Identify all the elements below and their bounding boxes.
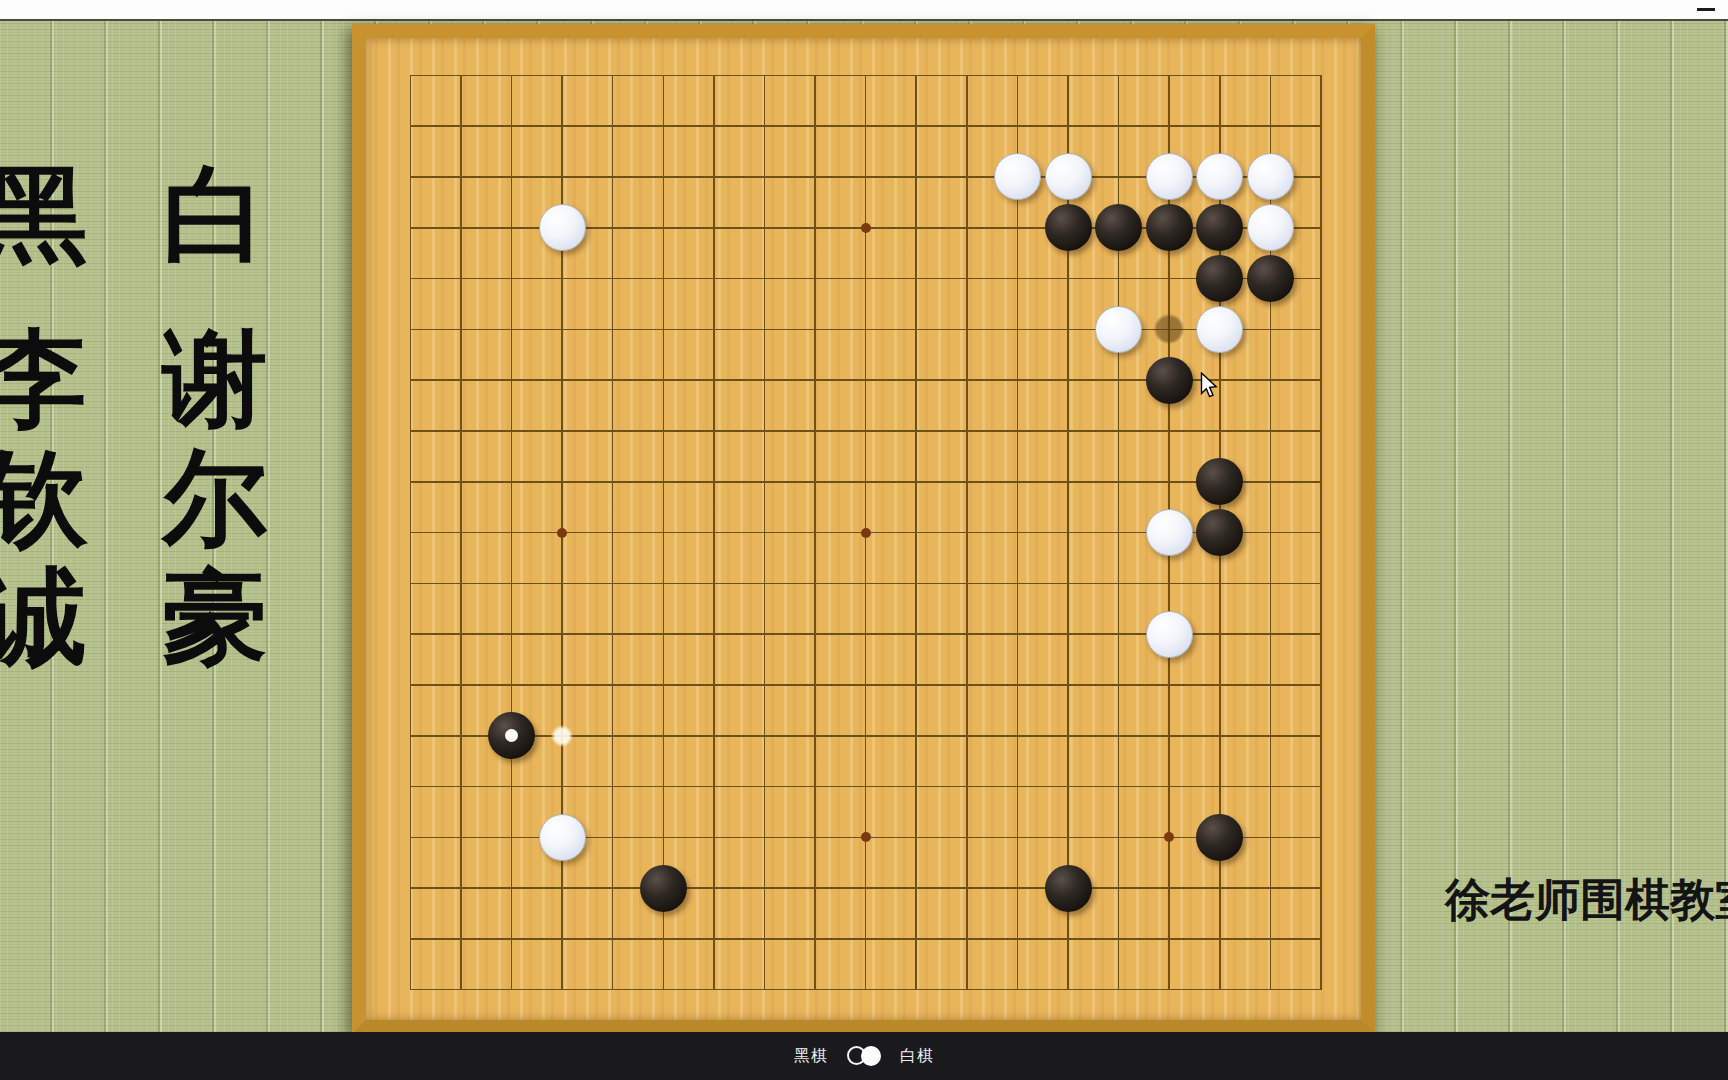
- intersection-Q8[interactable]: ○: [1144, 609, 1195, 660]
- intersection-H8[interactable]: [739, 609, 790, 660]
- intersection-H15[interactable]: [739, 253, 790, 304]
- intersection-L1[interactable]: [891, 964, 942, 1015]
- intersection-P2[interactable]: [1093, 914, 1144, 965]
- intersection-K15[interactable]: [840, 253, 891, 304]
- intersection-G17[interactable]: [689, 152, 740, 203]
- intersection-H7[interactable]: [739, 660, 790, 711]
- intersection-B16[interactable]: [436, 202, 487, 253]
- intersection-G4[interactable]: [689, 812, 740, 863]
- intersection-T11[interactable]: [1296, 456, 1347, 507]
- intersection-R11[interactable]: ●: [1195, 456, 1246, 507]
- intersection-H6[interactable]: [739, 710, 790, 761]
- intersection-R15[interactable]: ●: [1195, 253, 1246, 304]
- intersection-G7[interactable]: [689, 660, 740, 711]
- intersection-B4[interactable]: [436, 812, 487, 863]
- intersection-Q12[interactable]: [1144, 406, 1195, 457]
- intersection-F3[interactable]: ●: [638, 863, 689, 914]
- intersection-O10[interactable]: [1043, 507, 1094, 558]
- intersection-C3[interactable]: [486, 863, 537, 914]
- intersection-B17[interactable]: [436, 152, 487, 203]
- intersection-N5[interactable]: [992, 761, 1043, 812]
- intersection-O11[interactable]: [1043, 456, 1094, 507]
- intersection-N17[interactable]: ○: [992, 152, 1043, 203]
- intersection-Q5[interactable]: [1144, 761, 1195, 812]
- intersection-L18[interactable]: [891, 101, 942, 152]
- intersection-A8[interactable]: [385, 609, 436, 660]
- intersection-E16[interactable]: [587, 202, 638, 253]
- intersection-S2[interactable]: [1245, 914, 1296, 965]
- intersection-L19[interactable]: [891, 50, 942, 101]
- intersection-S15[interactable]: ●: [1245, 253, 1296, 304]
- intersection-A2[interactable]: [385, 914, 436, 965]
- intersection-L12[interactable]: [891, 406, 942, 457]
- intersection-B18[interactable]: [436, 101, 487, 152]
- intersection-P18[interactable]: [1093, 101, 1144, 152]
- intersection-M11[interactable]: [942, 456, 993, 507]
- intersection-R5[interactable]: [1195, 761, 1246, 812]
- intersection-P9[interactable]: [1093, 558, 1144, 609]
- intersection-P13[interactable]: [1093, 355, 1144, 406]
- intersection-C8[interactable]: [486, 609, 537, 660]
- intersection-H5[interactable]: [739, 761, 790, 812]
- intersection-R6[interactable]: [1195, 710, 1246, 761]
- intersection-D2[interactable]: [537, 914, 588, 965]
- intersection-N9[interactable]: [992, 558, 1043, 609]
- intersection-R7[interactable]: [1195, 660, 1246, 711]
- intersection-K4[interactable]: [840, 812, 891, 863]
- intersection-K13[interactable]: [840, 355, 891, 406]
- intersection-R18[interactable]: [1195, 101, 1246, 152]
- intersection-K6[interactable]: [840, 710, 891, 761]
- intersection-A19[interactable]: [385, 50, 436, 101]
- intersection-Q9[interactable]: [1144, 558, 1195, 609]
- intersection-S17[interactable]: ○: [1245, 152, 1296, 203]
- intersection-C15[interactable]: [486, 253, 537, 304]
- intersection-O4[interactable]: [1043, 812, 1094, 863]
- intersection-N2[interactable]: [992, 914, 1043, 965]
- intersection-E15[interactable]: [587, 253, 638, 304]
- intersection-N1[interactable]: [992, 964, 1043, 1015]
- intersection-L9[interactable]: [891, 558, 942, 609]
- intersection-R14[interactable]: ○: [1195, 304, 1246, 355]
- intersection-L3[interactable]: [891, 863, 942, 914]
- intersection-Q14[interactable]: [1144, 304, 1195, 355]
- intersection-G10[interactable]: [689, 507, 740, 558]
- intersection-H10[interactable]: [739, 507, 790, 558]
- intersection-A11[interactable]: [385, 456, 436, 507]
- intersection-H9[interactable]: [739, 558, 790, 609]
- intersection-E18[interactable]: [587, 101, 638, 152]
- intersection-H1[interactable]: [739, 964, 790, 1015]
- intersection-D10[interactable]: [537, 507, 588, 558]
- intersection-D7[interactable]: [537, 660, 588, 711]
- intersection-K1[interactable]: [840, 964, 891, 1015]
- intersection-Q18[interactable]: [1144, 101, 1195, 152]
- intersection-O12[interactable]: [1043, 406, 1094, 457]
- intersection-D4[interactable]: ○: [537, 812, 588, 863]
- intersection-F4[interactable]: [638, 812, 689, 863]
- intersection-C18[interactable]: [486, 101, 537, 152]
- intersection-O5[interactable]: [1043, 761, 1094, 812]
- intersection-E14[interactable]: [587, 304, 638, 355]
- intersection-R17[interactable]: ○: [1195, 152, 1246, 203]
- intersection-C16[interactable]: [486, 202, 537, 253]
- intersection-G18[interactable]: [689, 101, 740, 152]
- intersection-S6[interactable]: [1245, 710, 1296, 761]
- intersection-O9[interactable]: [1043, 558, 1094, 609]
- intersection-G9[interactable]: [689, 558, 740, 609]
- intersection-G6[interactable]: [689, 710, 740, 761]
- intersection-E11[interactable]: [587, 456, 638, 507]
- intersection-P15[interactable]: [1093, 253, 1144, 304]
- intersection-H19[interactable]: [739, 50, 790, 101]
- white-stones-label[interactable]: 白棋: [900, 1046, 934, 1067]
- intersection-R10[interactable]: ●: [1195, 507, 1246, 558]
- intersection-M15[interactable]: [942, 253, 993, 304]
- intersection-R1[interactable]: [1195, 964, 1246, 1015]
- intersection-L10[interactable]: [891, 507, 942, 558]
- intersection-H12[interactable]: [739, 406, 790, 457]
- stone-color-toggle[interactable]: [847, 1046, 881, 1066]
- intersection-T6[interactable]: [1296, 710, 1347, 761]
- intersection-G3[interactable]: [689, 863, 740, 914]
- intersection-Q2[interactable]: [1144, 914, 1195, 965]
- intersection-C19[interactable]: [486, 50, 537, 101]
- intersection-N8[interactable]: [992, 609, 1043, 660]
- intersection-G13[interactable]: [689, 355, 740, 406]
- intersection-P8[interactable]: [1093, 609, 1144, 660]
- intersection-O15[interactable]: [1043, 253, 1094, 304]
- intersection-L13[interactable]: [891, 355, 942, 406]
- intersection-M18[interactable]: [942, 101, 993, 152]
- intersection-J8[interactable]: [790, 609, 841, 660]
- intersection-K17[interactable]: [840, 152, 891, 203]
- intersection-G14[interactable]: [689, 304, 740, 355]
- intersection-S19[interactable]: [1245, 50, 1296, 101]
- intersection-P19[interactable]: [1093, 50, 1144, 101]
- intersection-L11[interactable]: [891, 456, 942, 507]
- intersection-G5[interactable]: [689, 761, 740, 812]
- intersection-M8[interactable]: [942, 609, 993, 660]
- intersection-L6[interactable]: [891, 710, 942, 761]
- intersection-J10[interactable]: [790, 507, 841, 558]
- intersection-S14[interactable]: [1245, 304, 1296, 355]
- intersection-D14[interactable]: [537, 304, 588, 355]
- intersection-J5[interactable]: [790, 761, 841, 812]
- intersection-O1[interactable]: [1043, 964, 1094, 1015]
- intersection-E9[interactable]: [587, 558, 638, 609]
- intersection-L4[interactable]: [891, 812, 942, 863]
- intersection-P4[interactable]: [1093, 812, 1144, 863]
- intersection-Q1[interactable]: [1144, 964, 1195, 1015]
- intersection-L8[interactable]: [891, 609, 942, 660]
- intersection-A13[interactable]: [385, 355, 436, 406]
- intersection-R16[interactable]: ●: [1195, 202, 1246, 253]
- intersection-D15[interactable]: [537, 253, 588, 304]
- intersection-F12[interactable]: [638, 406, 689, 457]
- intersection-T1[interactable]: [1296, 964, 1347, 1015]
- intersection-T5[interactable]: [1296, 761, 1347, 812]
- intersection-M13[interactable]: [942, 355, 993, 406]
- intersection-M19[interactable]: [942, 50, 993, 101]
- intersection-M16[interactable]: [942, 202, 993, 253]
- intersection-A1[interactable]: [385, 964, 436, 1015]
- intersection-P5[interactable]: [1093, 761, 1144, 812]
- intersection-D17[interactable]: [537, 152, 588, 203]
- intersection-O16[interactable]: ●: [1043, 202, 1094, 253]
- intersection-L15[interactable]: [891, 253, 942, 304]
- intersection-G1[interactable]: [689, 964, 740, 1015]
- intersection-J15[interactable]: [790, 253, 841, 304]
- intersection-M2[interactable]: [942, 914, 993, 965]
- intersection-M1[interactable]: [942, 964, 993, 1015]
- intersection-J16[interactable]: [790, 202, 841, 253]
- intersection-P14[interactable]: ○: [1093, 304, 1144, 355]
- intersection-H4[interactable]: [739, 812, 790, 863]
- intersection-C6[interactable]: ●: [486, 710, 537, 761]
- intersection-O19[interactable]: [1043, 50, 1094, 101]
- intersection-C1[interactable]: [486, 964, 537, 1015]
- intersection-C13[interactable]: [486, 355, 537, 406]
- intersection-C5[interactable]: [486, 761, 537, 812]
- intersection-R8[interactable]: [1195, 609, 1246, 660]
- intersection-P11[interactable]: [1093, 456, 1144, 507]
- intersection-A18[interactable]: [385, 101, 436, 152]
- intersection-C12[interactable]: [486, 406, 537, 457]
- intersection-J4[interactable]: [790, 812, 841, 863]
- intersection-E13[interactable]: [587, 355, 638, 406]
- intersection-O17[interactable]: ○: [1043, 152, 1094, 203]
- intersection-B10[interactable]: [436, 507, 487, 558]
- intersection-O3[interactable]: ●: [1043, 863, 1094, 914]
- intersection-E17[interactable]: [587, 152, 638, 203]
- intersection-K2[interactable]: [840, 914, 891, 965]
- intersection-L5[interactable]: [891, 761, 942, 812]
- intersection-O7[interactable]: [1043, 660, 1094, 711]
- intersection-E10[interactable]: [587, 507, 638, 558]
- intersection-T16[interactable]: [1296, 202, 1347, 253]
- intersection-F7[interactable]: [638, 660, 689, 711]
- intersection-J13[interactable]: [790, 355, 841, 406]
- intersection-A17[interactable]: [385, 152, 436, 203]
- intersection-L14[interactable]: [891, 304, 942, 355]
- intersection-M3[interactable]: [942, 863, 993, 914]
- intersection-C10[interactable]: [486, 507, 537, 558]
- intersection-A10[interactable]: [385, 507, 436, 558]
- intersection-B7[interactable]: [436, 660, 487, 711]
- intersection-J12[interactable]: [790, 406, 841, 457]
- intersection-J11[interactable]: [790, 456, 841, 507]
- intersection-K14[interactable]: [840, 304, 891, 355]
- intersection-F8[interactable]: [638, 609, 689, 660]
- intersection-Q19[interactable]: [1144, 50, 1195, 101]
- intersection-R4[interactable]: ●: [1195, 812, 1246, 863]
- intersection-T15[interactable]: [1296, 253, 1347, 304]
- intersection-O2[interactable]: [1043, 914, 1094, 965]
- intersection-P6[interactable]: [1093, 710, 1144, 761]
- intersection-A4[interactable]: [385, 812, 436, 863]
- intersection-J14[interactable]: [790, 304, 841, 355]
- intersection-C7[interactable]: [486, 660, 537, 711]
- intersection-B2[interactable]: [436, 914, 487, 965]
- intersection-N11[interactable]: [992, 456, 1043, 507]
- intersection-N18[interactable]: [992, 101, 1043, 152]
- intersection-K16[interactable]: [840, 202, 891, 253]
- intersection-E1[interactable]: [587, 964, 638, 1015]
- intersection-H14[interactable]: [739, 304, 790, 355]
- intersection-Q15[interactable]: [1144, 253, 1195, 304]
- intersection-Q11[interactable]: [1144, 456, 1195, 507]
- intersection-T7[interactable]: [1296, 660, 1347, 711]
- intersection-E12[interactable]: [587, 406, 638, 457]
- intersection-F10[interactable]: [638, 507, 689, 558]
- intersection-M17[interactable]: [942, 152, 993, 203]
- intersection-G8[interactable]: [689, 609, 740, 660]
- intersection-B19[interactable]: [436, 50, 487, 101]
- intersection-E6[interactable]: [587, 710, 638, 761]
- intersection-E5[interactable]: [587, 761, 638, 812]
- black-stones-label[interactable]: 黑棋: [794, 1046, 828, 1067]
- intersection-K8[interactable]: [840, 609, 891, 660]
- intersection-B8[interactable]: [436, 609, 487, 660]
- intersection-J2[interactable]: [790, 914, 841, 965]
- intersection-Q16[interactable]: ●: [1144, 202, 1195, 253]
- intersection-S4[interactable]: [1245, 812, 1296, 863]
- intersection-T19[interactable]: [1296, 50, 1347, 101]
- intersection-G2[interactable]: [689, 914, 740, 965]
- intersection-F11[interactable]: [638, 456, 689, 507]
- intersection-O13[interactable]: [1043, 355, 1094, 406]
- intersection-T8[interactable]: [1296, 609, 1347, 660]
- intersection-T3[interactable]: [1296, 863, 1347, 914]
- intersection-A7[interactable]: [385, 660, 436, 711]
- intersection-S1[interactable]: [1245, 964, 1296, 1015]
- intersection-K5[interactable]: [840, 761, 891, 812]
- intersection-A9[interactable]: [385, 558, 436, 609]
- intersection-H16[interactable]: [739, 202, 790, 253]
- intersection-B5[interactable]: [436, 761, 487, 812]
- intersection-J17[interactable]: [790, 152, 841, 203]
- intersection-S8[interactable]: [1245, 609, 1296, 660]
- intersection-K19[interactable]: [840, 50, 891, 101]
- intersection-N4[interactable]: [992, 812, 1043, 863]
- intersection-K9[interactable]: [840, 558, 891, 609]
- intersection-C9[interactable]: [486, 558, 537, 609]
- intersection-D13[interactable]: [537, 355, 588, 406]
- intersection-J7[interactable]: [790, 660, 841, 711]
- intersection-M9[interactable]: [942, 558, 993, 609]
- intersection-D18[interactable]: [537, 101, 588, 152]
- intersection-S12[interactable]: [1245, 406, 1296, 457]
- intersection-F16[interactable]: [638, 202, 689, 253]
- intersection-D12[interactable]: [537, 406, 588, 457]
- intersection-P16[interactable]: ●: [1093, 202, 1144, 253]
- intersection-P3[interactable]: [1093, 863, 1144, 914]
- intersection-D1[interactable]: [537, 964, 588, 1015]
- intersection-K3[interactable]: [840, 863, 891, 914]
- intersection-T13[interactable]: [1296, 355, 1347, 406]
- intersection-T9[interactable]: [1296, 558, 1347, 609]
- intersection-B1[interactable]: [436, 964, 487, 1015]
- intersection-A16[interactable]: [385, 202, 436, 253]
- intersection-B13[interactable]: [436, 355, 487, 406]
- intersection-T14[interactable]: [1296, 304, 1347, 355]
- intersection-G19[interactable]: [689, 50, 740, 101]
- intersection-T18[interactable]: [1296, 101, 1347, 152]
- intersection-A14[interactable]: [385, 304, 436, 355]
- intersection-J18[interactable]: [790, 101, 841, 152]
- intersection-R12[interactable]: [1195, 406, 1246, 457]
- intersection-R3[interactable]: [1195, 863, 1246, 914]
- intersection-L7[interactable]: [891, 660, 942, 711]
- intersection-L16[interactable]: [891, 202, 942, 253]
- intersection-Q13[interactable]: ●: [1144, 355, 1195, 406]
- intersection-L17[interactable]: [891, 152, 942, 203]
- intersection-D19[interactable]: [537, 50, 588, 101]
- intersection-G12[interactable]: [689, 406, 740, 457]
- intersection-D8[interactable]: [537, 609, 588, 660]
- intersection-B11[interactable]: [436, 456, 487, 507]
- intersection-O6[interactable]: [1043, 710, 1094, 761]
- intersection-M12[interactable]: [942, 406, 993, 457]
- intersection-H17[interactable]: [739, 152, 790, 203]
- intersection-O18[interactable]: [1043, 101, 1094, 152]
- intersection-S16[interactable]: ○: [1245, 202, 1296, 253]
- intersection-E19[interactable]: [587, 50, 638, 101]
- intersection-H13[interactable]: [739, 355, 790, 406]
- intersection-M10[interactable]: [942, 507, 993, 558]
- intersection-T10[interactable]: [1296, 507, 1347, 558]
- intersection-N13[interactable]: [992, 355, 1043, 406]
- intersection-F14[interactable]: [638, 304, 689, 355]
- intersection-A15[interactable]: [385, 253, 436, 304]
- intersection-R19[interactable]: [1195, 50, 1246, 101]
- intersection-K11[interactable]: [840, 456, 891, 507]
- intersection-L2[interactable]: [891, 914, 942, 965]
- intersection-F2[interactable]: [638, 914, 689, 965]
- intersection-K18[interactable]: [840, 101, 891, 152]
- intersection-Q17[interactable]: ○: [1144, 152, 1195, 203]
- intersection-B3[interactable]: [436, 863, 487, 914]
- intersection-O14[interactable]: [1043, 304, 1094, 355]
- intersection-T17[interactable]: [1296, 152, 1347, 203]
- intersection-H3[interactable]: [739, 863, 790, 914]
- intersection-C11[interactable]: [486, 456, 537, 507]
- intersection-H11[interactable]: [739, 456, 790, 507]
- intersection-M6[interactable]: [942, 710, 993, 761]
- intersection-R9[interactable]: [1195, 558, 1246, 609]
- intersection-E8[interactable]: [587, 609, 638, 660]
- intersection-G15[interactable]: [689, 253, 740, 304]
- intersection-S18[interactable]: [1245, 101, 1296, 152]
- intersection-B14[interactable]: [436, 304, 487, 355]
- intersection-P17[interactable]: [1093, 152, 1144, 203]
- intersection-C2[interactable]: [486, 914, 537, 965]
- intersection-T4[interactable]: [1296, 812, 1347, 863]
- intersection-Q4[interactable]: [1144, 812, 1195, 863]
- intersection-K12[interactable]: [840, 406, 891, 457]
- intersection-D11[interactable]: [537, 456, 588, 507]
- intersection-S11[interactable]: [1245, 456, 1296, 507]
- intersection-H2[interactable]: [739, 914, 790, 965]
- intersection-E3[interactable]: [587, 863, 638, 914]
- intersection-N14[interactable]: [992, 304, 1043, 355]
- intersection-N3[interactable]: [992, 863, 1043, 914]
- intersection-P7[interactable]: [1093, 660, 1144, 711]
- intersection-F18[interactable]: [638, 101, 689, 152]
- intersection-F13[interactable]: [638, 355, 689, 406]
- intersection-J6[interactable]: [790, 710, 841, 761]
